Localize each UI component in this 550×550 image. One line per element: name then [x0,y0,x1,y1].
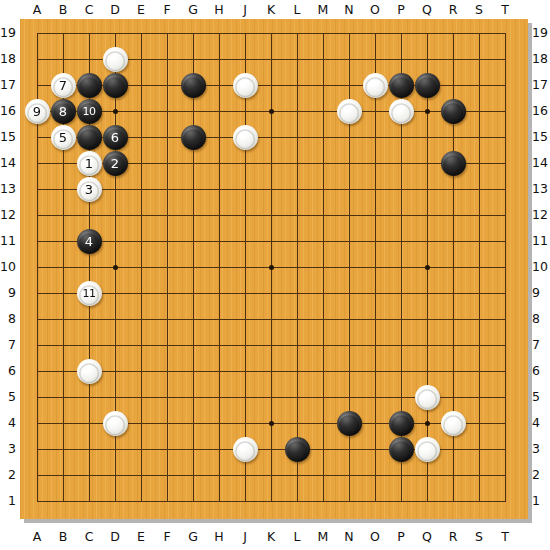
intersection-H8[interactable] [206,306,232,332]
intersection-L15[interactable] [284,124,310,150]
intersection-M13[interactable] [310,176,336,202]
intersection-G5[interactable] [180,384,206,410]
intersection-J15[interactable]: ○ [232,124,258,150]
intersection-M7[interactable] [310,332,336,358]
intersection-O9[interactable] [362,280,388,306]
intersection-S10[interactable] [466,254,492,280]
intersection-Q10[interactable] [414,254,440,280]
intersection-Q1[interactable] [414,488,440,514]
stone-white-B17[interactable]: ○7 [51,73,76,98]
intersection-C12[interactable] [76,202,102,228]
intersection-M10[interactable] [310,254,336,280]
intersection-D15[interactable]: ●6 [102,124,128,150]
intersection-L5[interactable] [284,384,310,410]
intersection-M14[interactable] [310,150,336,176]
intersection-D10[interactable] [102,254,128,280]
intersection-M11[interactable] [310,228,336,254]
intersection-R18[interactable] [440,46,466,72]
intersection-O7[interactable] [362,332,388,358]
intersection-T9[interactable] [492,280,518,306]
intersection-S12[interactable] [466,202,492,228]
intersection-P17[interactable]: ● [388,72,414,98]
intersection-N11[interactable] [336,228,362,254]
intersection-R12[interactable] [440,202,466,228]
intersection-S19[interactable] [466,20,492,46]
intersection-F13[interactable] [154,176,180,202]
intersection-B19[interactable] [50,20,76,46]
intersection-G12[interactable] [180,202,206,228]
intersection-F17[interactable] [154,72,180,98]
stone-white-Q5[interactable]: ○ [415,385,440,410]
intersection-P8[interactable] [388,306,414,332]
intersection-M19[interactable] [310,20,336,46]
intersection-Q12[interactable] [414,202,440,228]
intersection-E12[interactable] [128,202,154,228]
intersection-K19[interactable] [258,20,284,46]
intersection-P6[interactable] [388,358,414,384]
intersection-D19[interactable] [102,20,128,46]
intersection-S11[interactable] [466,228,492,254]
intersection-K8[interactable] [258,306,284,332]
intersection-S6[interactable] [466,358,492,384]
intersection-N18[interactable] [336,46,362,72]
intersection-E2[interactable] [128,462,154,488]
stone-white-C6[interactable]: ○ [77,359,102,384]
stone-black-G15[interactable]: ● [181,125,206,150]
intersection-G13[interactable] [180,176,206,202]
intersection-E6[interactable] [128,358,154,384]
intersection-F4[interactable] [154,410,180,436]
intersection-D2[interactable] [102,462,128,488]
intersection-D17[interactable]: ● [102,72,128,98]
intersection-M12[interactable] [310,202,336,228]
stone-black-D17[interactable]: ● [103,73,128,98]
intersection-T15[interactable] [492,124,518,150]
intersection-T13[interactable] [492,176,518,202]
intersection-C13[interactable]: ○3 [76,176,102,202]
intersection-G15[interactable]: ● [180,124,206,150]
intersection-R10[interactable] [440,254,466,280]
intersection-P11[interactable] [388,228,414,254]
intersection-O18[interactable] [362,46,388,72]
intersection-F10[interactable] [154,254,180,280]
intersection-A9[interactable] [24,280,50,306]
intersection-B13[interactable] [50,176,76,202]
intersection-K4[interactable] [258,410,284,436]
intersection-O2[interactable] [362,462,388,488]
intersection-J7[interactable] [232,332,258,358]
intersection-N2[interactable] [336,462,362,488]
intersection-G18[interactable] [180,46,206,72]
intersection-A16[interactable]: ○9 [24,98,50,124]
stone-white-O17[interactable]: ○ [363,73,388,98]
intersection-E13[interactable] [128,176,154,202]
intersection-R15[interactable] [440,124,466,150]
intersection-A6[interactable] [24,358,50,384]
intersection-R4[interactable]: ○ [440,410,466,436]
intersection-Q19[interactable] [414,20,440,46]
intersection-O11[interactable] [362,228,388,254]
intersection-A18[interactable] [24,46,50,72]
intersection-M2[interactable] [310,462,336,488]
intersection-J8[interactable] [232,306,258,332]
intersection-P1[interactable] [388,488,414,514]
intersection-Q4[interactable] [414,410,440,436]
intersection-A1[interactable] [24,488,50,514]
intersection-O19[interactable] [362,20,388,46]
intersection-S3[interactable] [466,436,492,462]
stone-black-G17[interactable]: ● [181,73,206,98]
intersection-B2[interactable] [50,462,76,488]
intersection-L13[interactable] [284,176,310,202]
intersection-K14[interactable] [258,150,284,176]
intersection-K3[interactable] [258,436,284,462]
intersection-K9[interactable] [258,280,284,306]
stone-black-P4[interactable]: ● [389,411,414,436]
intersection-N16[interactable]: ○ [336,98,362,124]
intersection-N3[interactable] [336,436,362,462]
intersection-A7[interactable] [24,332,50,358]
intersection-L9[interactable] [284,280,310,306]
intersection-E11[interactable] [128,228,154,254]
stone-black-R14[interactable]: ● [441,151,466,176]
intersection-T5[interactable] [492,384,518,410]
intersection-R2[interactable] [440,462,466,488]
intersection-D6[interactable] [102,358,128,384]
intersection-O12[interactable] [362,202,388,228]
intersection-Q14[interactable] [414,150,440,176]
intersection-G1[interactable] [180,488,206,514]
intersection-K6[interactable] [258,358,284,384]
intersection-D14[interactable]: ●2 [102,150,128,176]
intersection-D1[interactable] [102,488,128,514]
intersection-K17[interactable] [258,72,284,98]
intersection-L16[interactable] [284,98,310,124]
intersection-C14[interactable]: ○1 [76,150,102,176]
intersection-F5[interactable] [154,384,180,410]
stone-white-B15[interactable]: ○5 [51,125,76,150]
intersection-H13[interactable] [206,176,232,202]
intersection-P4[interactable]: ● [388,410,414,436]
stone-white-R4[interactable]: ○ [441,411,466,436]
intersection-G2[interactable] [180,462,206,488]
intersection-G16[interactable] [180,98,206,124]
intersection-G14[interactable] [180,150,206,176]
intersection-P13[interactable] [388,176,414,202]
intersection-B18[interactable] [50,46,76,72]
intersection-D13[interactable] [102,176,128,202]
intersection-H3[interactable] [206,436,232,462]
intersection-C17[interactable]: ● [76,72,102,98]
stone-white-P16[interactable]: ○ [389,99,414,124]
intersection-S4[interactable] [466,410,492,436]
stone-black-P3[interactable]: ● [389,437,414,462]
intersection-A4[interactable] [24,410,50,436]
intersection-T17[interactable] [492,72,518,98]
intersection-G6[interactable] [180,358,206,384]
intersection-M3[interactable] [310,436,336,462]
intersection-A14[interactable] [24,150,50,176]
intersection-Q16[interactable] [414,98,440,124]
stone-black-L3[interactable]: ● [285,437,310,462]
intersection-D4[interactable]: ○ [102,410,128,436]
intersection-F6[interactable] [154,358,180,384]
intersection-H4[interactable] [206,410,232,436]
intersection-L8[interactable] [284,306,310,332]
intersection-N13[interactable] [336,176,362,202]
stone-white-C14[interactable]: ○1 [77,151,102,176]
stone-white-C9[interactable]: ○11 [77,281,102,306]
intersection-F7[interactable] [154,332,180,358]
intersection-T2[interactable] [492,462,518,488]
intersection-J9[interactable] [232,280,258,306]
intersection-T16[interactable] [492,98,518,124]
stone-white-Q3[interactable]: ○ [415,437,440,462]
intersection-O14[interactable] [362,150,388,176]
intersection-E1[interactable] [128,488,154,514]
intersection-E8[interactable] [128,306,154,332]
stone-white-D4[interactable]: ○ [103,411,128,436]
intersection-C11[interactable]: ●4 [76,228,102,254]
intersection-S17[interactable] [466,72,492,98]
intersection-A15[interactable] [24,124,50,150]
intersection-B17[interactable]: ○7 [50,72,76,98]
intersection-C8[interactable] [76,306,102,332]
intersection-J17[interactable]: ○ [232,72,258,98]
stone-white-C13[interactable]: ○3 [77,177,102,202]
intersection-A12[interactable] [24,202,50,228]
intersection-B12[interactable] [50,202,76,228]
intersection-Q11[interactable] [414,228,440,254]
intersection-A10[interactable] [24,254,50,280]
intersection-D3[interactable] [102,436,128,462]
intersection-A8[interactable] [24,306,50,332]
intersection-M6[interactable] [310,358,336,384]
intersection-E18[interactable] [128,46,154,72]
intersection-P10[interactable] [388,254,414,280]
intersection-K15[interactable] [258,124,284,150]
intersection-C16[interactable]: ●10 [76,98,102,124]
intersection-R17[interactable] [440,72,466,98]
intersection-F14[interactable] [154,150,180,176]
intersection-B1[interactable] [50,488,76,514]
intersection-C4[interactable] [76,410,102,436]
intersection-S13[interactable] [466,176,492,202]
intersection-A17[interactable] [24,72,50,98]
intersection-M16[interactable] [310,98,336,124]
intersection-P16[interactable]: ○ [388,98,414,124]
intersection-D9[interactable] [102,280,128,306]
intersection-H19[interactable] [206,20,232,46]
stone-white-N16[interactable]: ○ [337,99,362,124]
intersection-M17[interactable] [310,72,336,98]
intersection-J2[interactable] [232,462,258,488]
intersection-G10[interactable] [180,254,206,280]
intersection-O10[interactable] [362,254,388,280]
intersection-M9[interactable] [310,280,336,306]
stone-black-B16[interactable]: ●8 [51,99,76,124]
intersection-D16[interactable] [102,98,128,124]
intersection-A13[interactable] [24,176,50,202]
intersection-G9[interactable] [180,280,206,306]
intersection-T10[interactable] [492,254,518,280]
intersection-L3[interactable]: ● [284,436,310,462]
intersection-D7[interactable] [102,332,128,358]
intersection-Q8[interactable] [414,306,440,332]
intersection-M4[interactable] [310,410,336,436]
intersection-C3[interactable] [76,436,102,462]
intersection-T14[interactable] [492,150,518,176]
intersection-F12[interactable] [154,202,180,228]
intersection-E15[interactable] [128,124,154,150]
intersection-J13[interactable] [232,176,258,202]
intersection-C7[interactable] [76,332,102,358]
intersection-B5[interactable] [50,384,76,410]
intersection-H11[interactable] [206,228,232,254]
intersection-B8[interactable] [50,306,76,332]
intersection-E14[interactable] [128,150,154,176]
stone-black-Q17[interactable]: ● [415,73,440,98]
intersection-F8[interactable] [154,306,180,332]
intersection-H12[interactable] [206,202,232,228]
intersection-L1[interactable] [284,488,310,514]
intersection-L19[interactable] [284,20,310,46]
intersection-C18[interactable] [76,46,102,72]
intersection-E4[interactable] [128,410,154,436]
intersection-O17[interactable]: ○ [362,72,388,98]
intersection-P2[interactable] [388,462,414,488]
intersection-J6[interactable] [232,358,258,384]
intersection-J12[interactable] [232,202,258,228]
intersection-N5[interactable] [336,384,362,410]
intersection-Q18[interactable] [414,46,440,72]
intersection-O8[interactable] [362,306,388,332]
intersection-B14[interactable] [50,150,76,176]
intersection-B4[interactable] [50,410,76,436]
intersection-T12[interactable] [492,202,518,228]
intersection-P5[interactable] [388,384,414,410]
intersection-N6[interactable] [336,358,362,384]
intersection-A5[interactable] [24,384,50,410]
intersection-H10[interactable] [206,254,232,280]
intersection-E17[interactable] [128,72,154,98]
intersection-O16[interactable] [362,98,388,124]
intersection-L12[interactable] [284,202,310,228]
intersection-H16[interactable] [206,98,232,124]
stone-black-P17[interactable]: ● [389,73,414,98]
intersection-F2[interactable] [154,462,180,488]
stone-white-J3[interactable]: ○ [233,437,258,462]
intersection-H18[interactable] [206,46,232,72]
intersection-S18[interactable] [466,46,492,72]
intersection-E7[interactable] [128,332,154,358]
intersection-L17[interactable] [284,72,310,98]
intersection-H6[interactable] [206,358,232,384]
intersection-M5[interactable] [310,384,336,410]
intersection-A11[interactable] [24,228,50,254]
intersection-B9[interactable] [50,280,76,306]
intersection-B10[interactable] [50,254,76,280]
intersection-S1[interactable] [466,488,492,514]
intersection-N1[interactable] [336,488,362,514]
intersection-K5[interactable] [258,384,284,410]
intersection-E10[interactable] [128,254,154,280]
intersection-J11[interactable] [232,228,258,254]
intersection-S15[interactable] [466,124,492,150]
stone-white-J17[interactable]: ○ [233,73,258,98]
intersection-H14[interactable] [206,150,232,176]
intersection-N9[interactable] [336,280,362,306]
intersection-J14[interactable] [232,150,258,176]
intersection-F15[interactable] [154,124,180,150]
intersection-H7[interactable] [206,332,232,358]
intersection-L11[interactable] [284,228,310,254]
stone-black-C17[interactable]: ● [77,73,102,98]
intersection-D18[interactable]: ○ [102,46,128,72]
intersection-R19[interactable] [440,20,466,46]
intersection-S5[interactable] [466,384,492,410]
intersection-R13[interactable] [440,176,466,202]
intersection-M8[interactable] [310,306,336,332]
intersection-R1[interactable] [440,488,466,514]
intersection-D5[interactable] [102,384,128,410]
intersection-N19[interactable] [336,20,362,46]
intersection-R16[interactable]: ● [440,98,466,124]
intersection-N10[interactable] [336,254,362,280]
intersection-C19[interactable] [76,20,102,46]
intersection-R7[interactable] [440,332,466,358]
intersection-H1[interactable] [206,488,232,514]
stone-black-R16[interactable]: ● [441,99,466,124]
intersection-N14[interactable] [336,150,362,176]
intersection-K16[interactable] [258,98,284,124]
intersection-K18[interactable] [258,46,284,72]
intersection-Q9[interactable] [414,280,440,306]
intersection-E9[interactable] [128,280,154,306]
intersection-J5[interactable] [232,384,258,410]
intersection-P19[interactable] [388,20,414,46]
intersection-T11[interactable] [492,228,518,254]
intersection-T1[interactable] [492,488,518,514]
intersection-L14[interactable] [284,150,310,176]
intersection-O15[interactable] [362,124,388,150]
intersection-H9[interactable] [206,280,232,306]
intersection-F9[interactable] [154,280,180,306]
intersection-H5[interactable] [206,384,232,410]
intersection-N4[interactable]: ● [336,410,362,436]
intersection-M15[interactable] [310,124,336,150]
intersection-O13[interactable] [362,176,388,202]
intersection-P12[interactable] [388,202,414,228]
intersection-Q6[interactable] [414,358,440,384]
intersection-F11[interactable] [154,228,180,254]
intersection-E16[interactable] [128,98,154,124]
intersection-D11[interactable] [102,228,128,254]
intersection-R5[interactable] [440,384,466,410]
stone-black-C11[interactable]: ●4 [77,229,102,254]
intersection-S2[interactable] [466,462,492,488]
intersection-R6[interactable] [440,358,466,384]
intersection-S14[interactable] [466,150,492,176]
intersection-J3[interactable]: ○ [232,436,258,462]
intersection-C10[interactable] [76,254,102,280]
intersection-O3[interactable] [362,436,388,462]
intersection-B15[interactable]: ○5 [50,124,76,150]
intersection-R8[interactable] [440,306,466,332]
intersection-L4[interactable] [284,410,310,436]
intersection-T6[interactable] [492,358,518,384]
intersection-N8[interactable] [336,306,362,332]
